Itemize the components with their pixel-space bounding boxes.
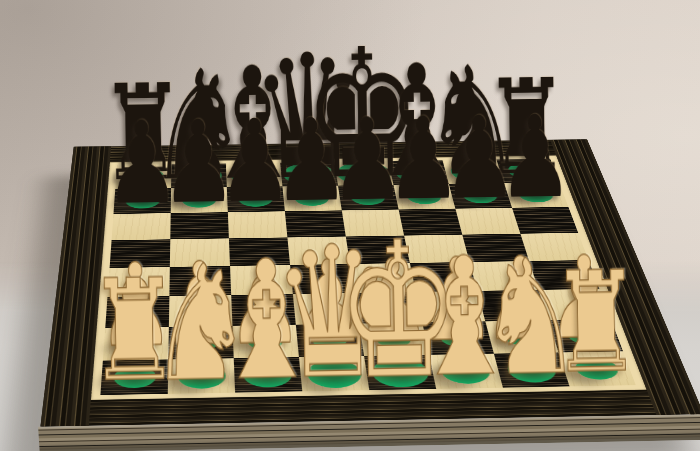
scene-3d: ♜♞♝♛♚♝♞♜♟♟♟♟♟♟♟♟♟♟♟♟♟♟♟♟♜♞♝♛♚♝♞♜: [0, 0, 700, 451]
board-pieces: ♜♞♝♛♚♝♞♜♟♟♟♟♟♟♟♟♟♟♟♟♟♟♟♟♜♞♝♛♚♝♞♜: [40, 139, 700, 426]
photo-scene: ♜♞♝♛♚♝♞♜♟♟♟♟♟♟♟♟♟♟♟♟♟♟♟♟♜♞♝♛♚♝♞♜: [0, 0, 700, 451]
chess-board[interactable]: ♜♞♝♛♚♝♞♜♟♟♟♟♟♟♟♟♟♟♟♟♟♟♟♟♜♞♝♛♚♝♞♜: [40, 139, 700, 426]
